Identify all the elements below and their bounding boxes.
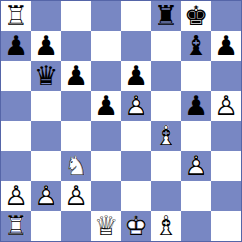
square-a1[interactable]: ♜♖	[1, 211, 31, 241]
square-a4[interactable]	[1, 121, 31, 151]
square-b8[interactable]	[31, 1, 61, 31]
piece-black-pawn-g5: ♟	[181, 91, 211, 121]
square-a7[interactable]: ♟	[1, 31, 31, 61]
square-e4[interactable]	[121, 121, 151, 151]
square-f6[interactable]	[151, 61, 181, 91]
square-c3[interactable]: ♞♘	[61, 151, 91, 181]
piece-white-knight-c3: ♞♘	[61, 151, 91, 181]
piece-black-pawn-b7: ♟	[31, 31, 61, 61]
square-g2[interactable]	[181, 181, 211, 211]
square-f4[interactable]: ♝♗	[151, 121, 181, 151]
square-g5[interactable]: ♟	[181, 91, 211, 121]
piece-white-king-e1: ♚♔	[121, 211, 151, 241]
square-b6[interactable]: ♛	[31, 61, 61, 91]
square-d4[interactable]	[91, 121, 121, 151]
square-a8[interactable]: ♜♖	[1, 1, 31, 31]
square-g3[interactable]: ♟♙	[181, 151, 211, 181]
square-h4[interactable]	[211, 121, 241, 151]
piece-black-bishop-g7: ♝	[181, 31, 211, 61]
square-h6[interactable]	[211, 61, 241, 91]
square-f5[interactable]	[151, 91, 181, 121]
square-c6[interactable]: ♟	[61, 61, 91, 91]
piece-white-rook-a1: ♜♖	[1, 211, 31, 241]
square-e5[interactable]: ♟♙	[121, 91, 151, 121]
square-d5[interactable]: ♟	[91, 91, 121, 121]
piece-white-bishop-f4: ♝♗	[151, 121, 181, 151]
piece-white-bishop-f1: ♝♗	[151, 211, 181, 241]
square-e7[interactable]	[121, 31, 151, 61]
square-e1[interactable]: ♚♔	[121, 211, 151, 241]
piece-white-pawn-h5: ♟♙	[211, 91, 241, 121]
square-b4[interactable]	[31, 121, 61, 151]
square-a5[interactable]	[1, 91, 31, 121]
square-b1[interactable]	[31, 211, 61, 241]
piece-black-king-g8: ♚	[181, 1, 211, 31]
square-d7[interactable]	[91, 31, 121, 61]
piece-white-rook-a8: ♜♖	[1, 1, 31, 31]
piece-white-pawn-a2: ♟♙	[1, 181, 31, 211]
square-h1[interactable]	[211, 211, 241, 241]
square-c5[interactable]	[61, 91, 91, 121]
piece-white-queen-d1: ♛♕	[91, 211, 121, 241]
square-d1[interactable]: ♛♕	[91, 211, 121, 241]
square-g1[interactable]	[181, 211, 211, 241]
piece-black-pawn-h7: ♟	[211, 31, 241, 61]
square-e2[interactable]	[121, 181, 151, 211]
square-b7[interactable]: ♟	[31, 31, 61, 61]
square-a3[interactable]	[1, 151, 31, 181]
square-f1[interactable]: ♝♗	[151, 211, 181, 241]
square-g6[interactable]	[181, 61, 211, 91]
square-d6[interactable]	[91, 61, 121, 91]
square-c8[interactable]	[61, 1, 91, 31]
square-f7[interactable]	[151, 31, 181, 61]
piece-black-queen-b6: ♛	[31, 61, 61, 91]
piece-white-pawn-b2: ♟♙	[31, 181, 61, 211]
square-b3[interactable]	[31, 151, 61, 181]
square-a2[interactable]: ♟♙	[1, 181, 31, 211]
square-h5[interactable]: ♟♙	[211, 91, 241, 121]
square-d3[interactable]	[91, 151, 121, 181]
piece-white-pawn-e5: ♟♙	[121, 91, 151, 121]
square-d8[interactable]	[91, 1, 121, 31]
piece-black-pawn-a7: ♟	[1, 31, 31, 61]
square-f8[interactable]: ♜	[151, 1, 181, 31]
piece-white-pawn-g3: ♟♙	[181, 151, 211, 181]
square-h7[interactable]: ♟	[211, 31, 241, 61]
square-c4[interactable]	[61, 121, 91, 151]
square-c1[interactable]	[61, 211, 91, 241]
square-e3[interactable]	[121, 151, 151, 181]
piece-black-pawn-d5: ♟	[91, 91, 121, 121]
piece-white-pawn-c2: ♟♙	[61, 181, 91, 211]
square-f2[interactable]	[151, 181, 181, 211]
square-f3[interactable]	[151, 151, 181, 181]
square-d2[interactable]	[91, 181, 121, 211]
square-h2[interactable]	[211, 181, 241, 211]
square-g8[interactable]: ♚	[181, 1, 211, 31]
square-b2[interactable]: ♟♙	[31, 181, 61, 211]
square-c2[interactable]: ♟♙	[61, 181, 91, 211]
square-a6[interactable]	[1, 61, 31, 91]
piece-black-pawn-e6: ♟	[121, 61, 151, 91]
square-g4[interactable]	[181, 121, 211, 151]
square-c7[interactable]	[61, 31, 91, 61]
square-g7[interactable]: ♝	[181, 31, 211, 61]
chess-board: ♜♖♜♚♟♟♝♟♛♟♟♟♟♙♟♟♙♝♗♞♘♟♙♟♙♟♙♟♙♜♖♛♕♚♔♝♗	[0, 0, 242, 242]
piece-black-rook-f8: ♜	[151, 1, 181, 31]
square-e8[interactable]	[121, 1, 151, 31]
piece-black-pawn-c6: ♟	[61, 61, 91, 91]
square-h8[interactable]	[211, 1, 241, 31]
square-h3[interactable]	[211, 151, 241, 181]
square-e6[interactable]: ♟	[121, 61, 151, 91]
square-b5[interactable]	[31, 91, 61, 121]
